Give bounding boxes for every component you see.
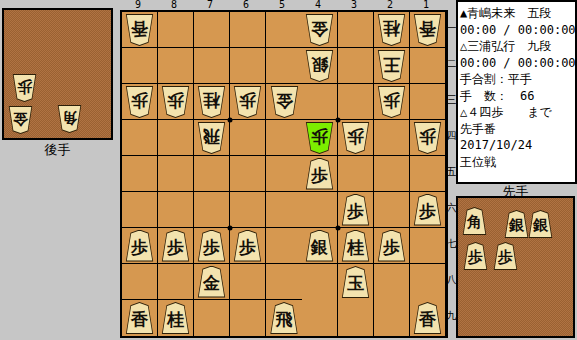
piece-knight[interactable]: 桂 [377,14,406,46]
board-cell[interactable] [194,192,230,228]
piece-lance[interactable]: 香 [125,14,154,46]
piece-pawn[interactable]: 歩 [463,242,488,270]
piece-glyph: 金 [311,20,328,37]
board-cell[interactable]: 玉 [338,264,374,300]
piece-pawn[interactable]: 歩 [12,74,37,102]
board-cell[interactable] [374,300,410,336]
piece-glyph: 歩 [311,128,328,145]
board-cell[interactable]: 香 [410,12,446,48]
piece-pawn[interactable]: 歩 [305,158,334,190]
piece-glyph: 歩 [498,250,513,265]
piece-glyph: 歩 [311,167,328,184]
piece-silver[interactable]: 銀 [504,210,529,238]
board-cell[interactable]: 歩 [302,120,338,156]
board-cell[interactable] [194,12,230,48]
board-cell[interactable]: 銀 [302,228,338,264]
board-cell[interactable] [410,48,446,84]
board-cell[interactable] [374,156,410,192]
board-cell[interactable]: 桂 [374,12,410,48]
file-label: 4 [300,0,336,9]
piece-glyph: 角 [467,215,482,230]
piece-glyph: 歩 [347,128,364,145]
board-cell[interactable] [410,84,446,120]
piece-lance[interactable]: 香 [413,302,442,334]
board-cell[interactable] [122,156,158,192]
board-cell[interactable] [230,192,266,228]
board-cell[interactable] [158,156,194,192]
board-cell[interactable] [338,48,374,84]
board-cell[interactable]: 歩 [410,120,446,156]
board-cell[interactable]: 歩 [158,228,194,264]
piece-glyph: 歩 [383,92,400,109]
piece-glyph: 銀 [311,56,328,73]
board-cell[interactable] [122,120,158,156]
piece-glyph: 歩 [419,203,436,220]
board-cell[interactable] [194,156,230,192]
piece-lance[interactable]: 香 [413,14,442,46]
file-labels: 987654321 [120,0,444,9]
piece-gold[interactable]: 金 [8,106,33,134]
piece-glyph: 金 [276,92,293,109]
board-cell[interactable]: 飛 [266,300,302,336]
board-cell[interactable] [338,300,374,336]
piece-pawn[interactable]: 歩 [377,86,406,118]
piece-pawn[interactable]: 歩 [341,122,370,154]
gote-hand-tray: 歩金角 [2,8,113,140]
board-cell[interactable]: 桂 [338,228,374,264]
file-label: 7 [192,0,228,9]
board-cell[interactable] [266,228,302,264]
piece-king[interactable]: 王 [377,50,406,82]
piece-glyph: 香 [419,20,436,37]
board-cell[interactable]: 香 [410,300,446,336]
file-label: 6 [228,0,264,9]
piece-glyph: 桂 [203,92,220,109]
piece-lance[interactable]: 香 [125,302,154,334]
piece-glyph: 歩 [203,239,220,256]
piece-bishop[interactable]: 角 [462,207,487,235]
piece-glyph: 王 [383,56,400,73]
piece-knight[interactable]: 桂 [341,230,370,262]
board-cell[interactable]: 歩 [374,228,410,264]
piece-gold[interactable]: 金 [305,14,334,46]
board-cell[interactable]: 歩 [158,84,194,120]
piece-glyph: 金 [203,275,220,292]
board-cell[interactable]: 王 [374,48,410,84]
piece-glyph: 香 [419,311,436,328]
piece-pawn[interactable]: 歩 [413,122,442,154]
piece-glyph: 飛 [276,311,293,328]
board-cell[interactable] [410,156,446,192]
board-cell[interactable]: 歩 [302,156,338,192]
piece-pawn[interactable]: 歩 [125,230,154,262]
board-cell[interactable] [266,192,302,228]
hoshi-dot [228,226,233,231]
board-cell[interactable] [230,264,266,300]
piece-pawn[interactable]: 歩 [377,230,406,262]
board-cell[interactable]: 金 [302,12,338,48]
board-cell[interactable]: 歩 [230,228,266,264]
board-cell[interactable] [338,12,374,48]
board-cell[interactable] [158,48,194,84]
board-cell[interactable] [158,264,194,300]
board-cell[interactable]: 桂 [194,84,230,120]
board-cell[interactable] [374,120,410,156]
board-cell[interactable] [230,300,266,336]
piece-glyph: 歩 [167,239,184,256]
board-cell[interactable] [194,300,230,336]
info-line: △三浦弘行 九段 [460,38,573,55]
board-cell[interactable] [374,192,410,228]
board-cell[interactable] [338,84,374,120]
hoshi-dot [336,118,341,123]
info-line: 00:00 / 00:00:00 [460,55,573,72]
piece-silver[interactable]: 銀 [528,210,553,238]
piece-glyph: 歩 [131,239,148,256]
piece-pawn[interactable]: 歩 [341,194,370,226]
info-line: 2017/10/24 [460,137,573,154]
piece-silver[interactable]: 銀 [305,50,334,82]
gote-label: 後手 [2,141,113,159]
board-cell[interactable]: 歩 [122,228,158,264]
board-cell[interactable]: 歩 [338,192,374,228]
piece-rook[interactable]: 飛 [270,302,299,334]
piece-rook[interactable]: 飛 [197,122,226,154]
piece-pawn[interactable]: 歩 [305,122,334,154]
piece-gold[interactable]: 金 [270,86,299,118]
board-cell[interactable]: 歩 [374,84,410,120]
piece-pawn[interactable]: 歩 [493,242,518,270]
piece-glyph: 玉 [347,275,364,292]
piece-glyph: 桂 [347,239,364,256]
info-line: 00:00 / 00:00:00 [460,22,573,39]
piece-glyph: 歩 [131,92,148,109]
piece-glyph: 歩 [383,239,400,256]
piece-glyph: 香 [131,311,148,328]
board-cell[interactable] [230,120,266,156]
board-cell[interactable]: 銀 [302,48,338,84]
board-cell[interactable] [194,48,230,84]
piece-glyph: 歩 [17,79,32,94]
piece-glyph: 香 [131,20,148,37]
piece-knight[interactable]: 桂 [197,86,226,118]
board-cell[interactable] [266,156,302,192]
piece-pawn[interactable]: 歩 [161,86,190,118]
info-line: 先手番 [460,121,573,138]
piece-pawn[interactable]: 歩 [197,230,226,262]
game-info-panel: ▲青嶋未来 五段00:00 / 00:00:00△三浦弘行 九段00:00 / … [456,0,577,184]
piece-glyph: 銀 [509,218,524,233]
board-cell[interactable]: 歩 [194,228,230,264]
hoshi-dot [228,118,233,123]
piece-pawn[interactable]: 歩 [161,230,190,262]
piece-pawn[interactable]: 歩 [233,86,262,118]
info-line: △４四歩 まで [460,104,573,121]
board-cell[interactable] [410,228,446,264]
board-cell[interactable] [122,264,158,300]
board-cell[interactable]: 歩 [122,84,158,120]
piece-pawn[interactable]: 歩 [413,194,442,226]
file-label: 2 [372,0,408,9]
board-cell[interactable]: 香 [122,12,158,48]
piece-glyph: 歩 [419,128,436,145]
piece-pawn[interactable]: 歩 [233,230,262,262]
board-cell[interactable] [338,156,374,192]
board-cell[interactable] [302,84,338,120]
board-cell[interactable] [302,264,338,300]
board-cell[interactable]: 歩 [338,120,374,156]
board-cell[interactable]: 飛 [194,120,230,156]
file-label: 3 [336,0,372,9]
piece-glyph: 金 [13,111,28,126]
file-label: 1 [408,0,444,9]
sente-hand-tray: 角銀銀歩歩 [456,196,575,338]
file-label: 5 [264,0,300,9]
hoshi-dot [336,226,341,231]
board-cell[interactable] [266,48,302,84]
board-cell[interactable] [302,300,338,336]
board-cell[interactable] [230,12,266,48]
board-cell[interactable] [266,264,302,300]
shogi-kifu-viewer: 歩金角 後手 987654321 一二三四五六七八九 香金桂香銀王歩歩桂歩金歩飛… [0,0,577,340]
piece-glyph: 桂 [383,20,400,37]
piece-glyph: 銀 [311,239,328,256]
info-line: 王位戦 [460,154,573,171]
piece-silver[interactable]: 銀 [305,230,334,262]
board-cell[interactable]: 香 [122,300,158,336]
piece-glyph: 歩 [239,239,256,256]
info-line: 手 数： 66 [460,88,573,105]
file-label: 8 [156,0,192,9]
board-cell[interactable] [410,264,446,300]
piece-glyph: 歩 [468,250,483,265]
board-cell[interactable] [230,156,266,192]
file-label: 9 [120,0,156,9]
board-cell[interactable]: 歩 [230,84,266,120]
piece-glyph: 角 [62,110,77,125]
piece-glyph: 歩 [167,92,184,109]
piece-gold[interactable]: 金 [197,266,226,298]
board: 香金桂香銀王歩歩桂歩金歩飛歩歩歩歩歩歩歩歩歩歩銀桂歩金玉香桂飛香 [120,10,448,338]
board-cell[interactable]: 金 [194,264,230,300]
board-cell[interactable]: 金 [266,84,302,120]
piece-glyph: 歩 [347,203,364,220]
board-cell[interactable] [266,12,302,48]
piece-glyph: 銀 [533,218,548,233]
info-line: 手合割：平手 [460,71,573,88]
piece-pawn[interactable]: 歩 [125,86,154,118]
piece-glyph: 桂 [167,311,184,328]
board-cell[interactable] [230,48,266,84]
board-cell[interactable] [122,48,158,84]
piece-glyph: 歩 [239,92,256,109]
board-cell[interactable]: 桂 [158,300,194,336]
board-cell[interactable] [266,120,302,156]
board-cell[interactable] [158,192,194,228]
board-cell[interactable] [122,192,158,228]
piece-glyph: 飛 [203,128,220,145]
info-line: ▲青嶋未来 五段 [460,5,573,22]
board-cell[interactable]: 歩 [410,192,446,228]
piece-king[interactable]: 玉 [341,266,370,298]
piece-bishop[interactable]: 角 [57,105,82,133]
board-cell[interactable] [158,12,194,48]
board-cell[interactable] [374,264,410,300]
board-cell[interactable] [158,120,194,156]
piece-knight[interactable]: 桂 [161,302,190,334]
board-cell[interactable] [302,192,338,228]
